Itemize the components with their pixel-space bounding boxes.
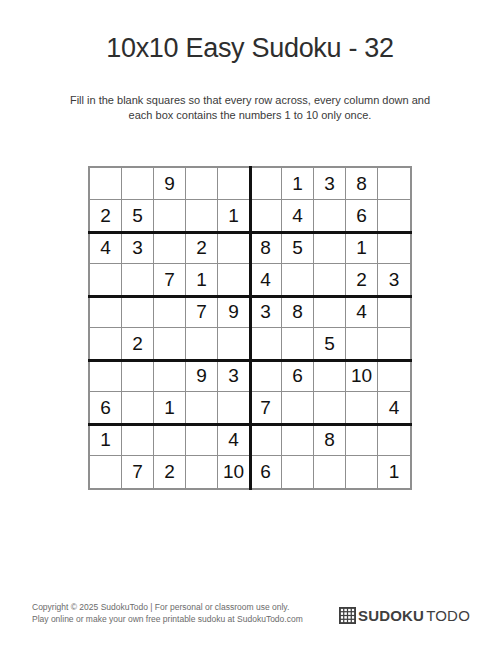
logo-text-todo: TODO — [426, 607, 470, 624]
cell-r8c3: 1 — [154, 392, 186, 424]
cell-r10c9 — [346, 456, 378, 488]
cell-r9c2 — [122, 424, 154, 456]
cell-r6c1 — [90, 328, 122, 360]
cell-r5c5: 9 — [218, 296, 250, 328]
cell-r4c8 — [314, 264, 346, 296]
cell-r1c8: 3 — [314, 168, 346, 200]
cell-r8c9 — [346, 392, 378, 424]
cell-r9c4 — [186, 424, 218, 456]
cell-r9c5: 4 — [218, 424, 250, 456]
printable-sudoku-page: 10x10 Easy Sudoku - 32 Fill in the blank… — [0, 0, 500, 647]
cell-r1c3: 9 — [154, 168, 186, 200]
cell-r2c10 — [378, 200, 410, 232]
cell-r2c9: 6 — [346, 200, 378, 232]
cell-r5c7: 8 — [282, 296, 314, 328]
box-divider-horizontal-3 — [88, 359, 412, 362]
cell-r1c2 — [122, 168, 154, 200]
cell-r3c6: 8 — [250, 232, 282, 264]
cell-r8c4 — [186, 392, 218, 424]
cell-r7c9: 10 — [346, 360, 378, 392]
cell-r9c7 — [282, 424, 314, 456]
cell-r10c4 — [186, 456, 218, 488]
cell-r5c2 — [122, 296, 154, 328]
cell-r10c1 — [90, 456, 122, 488]
grid-icon — [339, 607, 356, 624]
cell-r7c3 — [154, 360, 186, 392]
cell-r10c5: 10 — [218, 456, 250, 488]
cell-r5c8 — [314, 296, 346, 328]
cell-r3c7: 5 — [282, 232, 314, 264]
cell-r7c7: 6 — [282, 360, 314, 392]
cell-r4c7 — [282, 264, 314, 296]
cell-r1c5 — [218, 168, 250, 200]
cell-r8c10: 4 — [378, 392, 410, 424]
box-divider-horizontal-2 — [88, 295, 412, 298]
cell-r7c10 — [378, 360, 410, 392]
cell-r4c10: 3 — [378, 264, 410, 296]
cell-r6c4 — [186, 328, 218, 360]
cell-r2c4 — [186, 200, 218, 232]
cell-r9c10 — [378, 424, 410, 456]
cell-r4c4: 1 — [186, 264, 218, 296]
cell-r10c7 — [282, 456, 314, 488]
cell-r8c6: 7 — [250, 392, 282, 424]
cell-r4c1 — [90, 264, 122, 296]
box-divider-vertical — [249, 166, 252, 490]
cell-r9c1: 1 — [90, 424, 122, 456]
cell-r10c10: 1 — [378, 456, 410, 488]
cell-r8c5 — [218, 392, 250, 424]
cell-r1c10 — [378, 168, 410, 200]
instructions-line-2: each box contains the numbers 1 to 10 on… — [0, 108, 500, 123]
cell-r10c2: 7 — [122, 456, 154, 488]
instructions-line-1: Fill in the blank squares so that every … — [0, 93, 500, 108]
cell-r3c3 — [154, 232, 186, 264]
cell-r4c5 — [218, 264, 250, 296]
cell-r3c4: 2 — [186, 232, 218, 264]
cell-r6c10 — [378, 328, 410, 360]
cell-r6c9 — [346, 328, 378, 360]
cell-r6c2: 2 — [122, 328, 154, 360]
cell-r4c9: 2 — [346, 264, 378, 296]
cell-r5c4: 7 — [186, 296, 218, 328]
cell-r9c9 — [346, 424, 378, 456]
cell-r2c5: 1 — [218, 200, 250, 232]
cell-r8c8 — [314, 392, 346, 424]
cell-r5c9: 4 — [346, 296, 378, 328]
cell-r7c1 — [90, 360, 122, 392]
cell-r10c6: 6 — [250, 456, 282, 488]
cell-r2c3 — [154, 200, 186, 232]
cell-r2c8 — [314, 200, 346, 232]
cell-r4c2 — [122, 264, 154, 296]
cell-r7c5: 3 — [218, 360, 250, 392]
instructions: Fill in the blank squares so that every … — [0, 93, 500, 123]
cell-r3c2: 3 — [122, 232, 154, 264]
cell-r6c7 — [282, 328, 314, 360]
cell-r8c2 — [122, 392, 154, 424]
cell-r6c8: 5 — [314, 328, 346, 360]
cell-r2c1: 2 — [90, 200, 122, 232]
sudokutodo-logo: SUDOKU TODO — [339, 607, 470, 624]
cell-r5c6: 3 — [250, 296, 282, 328]
cell-r9c3 — [154, 424, 186, 456]
cell-r1c6 — [250, 168, 282, 200]
cell-r8c7 — [282, 392, 314, 424]
cell-r1c9: 8 — [346, 168, 378, 200]
cell-r1c7: 1 — [282, 168, 314, 200]
cell-r10c3: 2 — [154, 456, 186, 488]
cell-r3c8 — [314, 232, 346, 264]
cell-r6c6 — [250, 328, 282, 360]
cell-r3c1: 4 — [90, 232, 122, 264]
copyright-line-1: Copyright © 2025 SudokuTodo | For person… — [32, 601, 303, 613]
cell-r7c4: 9 — [186, 360, 218, 392]
logo-text-sudoku: SUDOKU — [358, 607, 424, 624]
cell-r2c2: 5 — [122, 200, 154, 232]
page-title: 10x10 Easy Sudoku - 32 — [0, 33, 500, 64]
cell-r1c4 — [186, 168, 218, 200]
cell-r5c1 — [90, 296, 122, 328]
cell-r9c6 — [250, 424, 282, 456]
cell-r9c8: 8 — [314, 424, 346, 456]
cell-r7c2 — [122, 360, 154, 392]
cell-r1c1 — [90, 168, 122, 200]
cell-r3c10 — [378, 232, 410, 264]
cell-r4c6: 4 — [250, 264, 282, 296]
cell-r2c7: 4 — [282, 200, 314, 232]
cell-r5c10 — [378, 296, 410, 328]
box-divider-horizontal-1 — [88, 231, 412, 234]
cell-r7c6 — [250, 360, 282, 392]
cell-r8c1: 6 — [90, 392, 122, 424]
cell-r2c6 — [250, 200, 282, 232]
cell-r3c5 — [218, 232, 250, 264]
cell-r4c3: 7 — [154, 264, 186, 296]
cell-r6c3 — [154, 328, 186, 360]
cell-r6c5 — [218, 328, 250, 360]
copyright-line-2: Play online or make your own free printa… — [32, 613, 303, 625]
cell-r10c8 — [314, 456, 346, 488]
cell-r5c3 — [154, 296, 186, 328]
copyright-text: Copyright © 2025 SudokuTodo | For person… — [32, 601, 303, 625]
box-divider-horizontal-4 — [88, 423, 412, 426]
cell-r3c9: 1 — [346, 232, 378, 264]
cell-r7c8 — [314, 360, 346, 392]
sudoku-board: 9138251464328517142379384259361061741487… — [88, 166, 412, 490]
